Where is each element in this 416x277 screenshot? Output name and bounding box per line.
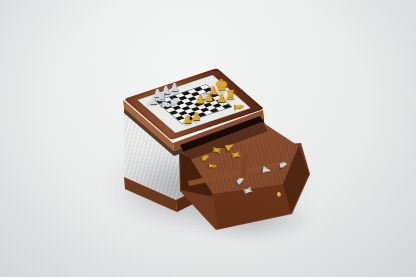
chess-piece-silver-pawn[interactable]: ♟ bbox=[170, 82, 180, 93]
chess-piece-gold-pawn[interactable]: ♟ bbox=[204, 92, 214, 103]
chess-piece-gold-rook[interactable]: ♜ bbox=[225, 89, 236, 101]
scene: ♞♜♟♝♜♞♟♞♜ ♟♟♟♟♜♝♞♞♟♚♟♟♟♜♟♟♝ bbox=[0, 0, 416, 277]
drawer-piece-silver-knight[interactable]: ♞ bbox=[278, 160, 289, 170]
board-square bbox=[222, 104, 231, 109]
chess-piece-gold-bishop[interactable]: ♝ bbox=[232, 101, 245, 113]
drawer-piece-silver-pawn[interactable]: ♟ bbox=[260, 165, 271, 176]
drawer-piece-gold-rook[interactable]: ♜ bbox=[210, 145, 221, 156]
chess-piece-gold-pawn[interactable]: ♟ bbox=[191, 111, 201, 122]
drawer-piece-gold-bishop[interactable]: ♝ bbox=[207, 161, 218, 171]
drawer-knob[interactable] bbox=[277, 192, 281, 197]
